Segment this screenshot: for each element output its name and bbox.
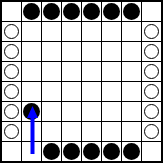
- square-d1[interactable]: [62, 142, 81, 161]
- square-c5[interactable]: [42, 62, 61, 81]
- square-f1[interactable]: [102, 142, 121, 161]
- square-f8[interactable]: [102, 2, 121, 21]
- square-b6[interactable]: [22, 42, 41, 61]
- black-piece-f1[interactable]: [103, 143, 120, 160]
- square-e1[interactable]: [82, 142, 101, 161]
- lines-of-action-board: [0, 0, 163, 163]
- square-e3[interactable]: [82, 102, 101, 121]
- square-h3[interactable]: [142, 102, 161, 121]
- square-f6[interactable]: [102, 42, 121, 61]
- square-h4[interactable]: [142, 82, 161, 101]
- square-a6[interactable]: [2, 42, 21, 61]
- black-piece-c1[interactable]: [43, 143, 60, 160]
- square-b8[interactable]: [22, 2, 41, 21]
- square-b4[interactable]: [22, 82, 41, 101]
- square-a4[interactable]: [2, 82, 21, 101]
- square-g5[interactable]: [122, 62, 141, 81]
- square-a1[interactable]: [2, 142, 21, 161]
- square-h6[interactable]: [142, 42, 161, 61]
- white-piece-a3[interactable]: [4, 104, 19, 119]
- black-piece-e1[interactable]: [83, 143, 100, 160]
- square-d6[interactable]: [62, 42, 81, 61]
- square-f7[interactable]: [102, 22, 121, 41]
- black-piece-f8[interactable]: [103, 3, 120, 20]
- white-piece-a5[interactable]: [4, 64, 19, 79]
- black-piece-d1[interactable]: [63, 143, 80, 160]
- square-g1[interactable]: [122, 142, 141, 161]
- black-piece-e8[interactable]: [83, 3, 100, 20]
- black-piece-c8[interactable]: [43, 3, 60, 20]
- square-d2[interactable]: [62, 122, 81, 141]
- square-f4[interactable]: [102, 82, 121, 101]
- square-e7[interactable]: [82, 22, 101, 41]
- square-f3[interactable]: [102, 102, 121, 121]
- square-d3[interactable]: [62, 102, 81, 121]
- square-c7[interactable]: [42, 22, 61, 41]
- white-piece-h6[interactable]: [144, 44, 159, 59]
- square-h1[interactable]: [142, 142, 161, 161]
- square-g7[interactable]: [122, 22, 141, 41]
- square-g8[interactable]: [122, 2, 141, 21]
- square-b2[interactable]: [22, 122, 41, 141]
- square-d8[interactable]: [62, 2, 81, 21]
- white-piece-a2[interactable]: [4, 124, 19, 139]
- square-h7[interactable]: [142, 22, 161, 41]
- square-c3[interactable]: [42, 102, 61, 121]
- white-piece-a4[interactable]: [4, 84, 19, 99]
- square-e2[interactable]: [82, 122, 101, 141]
- square-g4[interactable]: [122, 82, 141, 101]
- square-c4[interactable]: [42, 82, 61, 101]
- square-a7[interactable]: [2, 22, 21, 41]
- black-piece-g1[interactable]: [123, 143, 140, 160]
- black-piece-b3[interactable]: [23, 103, 40, 120]
- square-b5[interactable]: [22, 62, 41, 81]
- square-c6[interactable]: [42, 42, 61, 61]
- black-piece-g8[interactable]: [123, 3, 140, 20]
- white-piece-h5[interactable]: [144, 64, 159, 79]
- square-e5[interactable]: [82, 62, 101, 81]
- square-c8[interactable]: [42, 2, 61, 21]
- square-g2[interactable]: [122, 122, 141, 141]
- square-a5[interactable]: [2, 62, 21, 81]
- white-piece-h3[interactable]: [144, 104, 159, 119]
- square-b3[interactable]: [22, 102, 41, 121]
- square-a2[interactable]: [2, 122, 21, 141]
- square-b7[interactable]: [22, 22, 41, 41]
- square-a8[interactable]: [2, 2, 21, 21]
- black-piece-d8[interactable]: [63, 3, 80, 20]
- white-piece-h2[interactable]: [144, 124, 159, 139]
- white-piece-a7[interactable]: [4, 24, 19, 39]
- square-g3[interactable]: [122, 102, 141, 121]
- square-d5[interactable]: [62, 62, 81, 81]
- white-piece-a6[interactable]: [4, 44, 19, 59]
- square-d4[interactable]: [62, 82, 81, 101]
- square-b1[interactable]: [22, 142, 41, 161]
- square-h2[interactable]: [142, 122, 161, 141]
- square-e8[interactable]: [82, 2, 101, 21]
- square-h5[interactable]: [142, 62, 161, 81]
- square-e6[interactable]: [82, 42, 101, 61]
- square-f2[interactable]: [102, 122, 121, 141]
- square-g6[interactable]: [122, 42, 141, 61]
- lines-of-action-diagram: [0, 0, 163, 163]
- square-h8[interactable]: [142, 2, 161, 21]
- square-f5[interactable]: [102, 62, 121, 81]
- white-piece-h7[interactable]: [144, 24, 159, 39]
- square-c1[interactable]: [42, 142, 61, 161]
- black-piece-b8[interactable]: [23, 3, 40, 20]
- square-d7[interactable]: [62, 22, 81, 41]
- square-a3[interactable]: [2, 102, 21, 121]
- square-e4[interactable]: [82, 82, 101, 101]
- white-piece-h4[interactable]: [144, 84, 159, 99]
- square-c2[interactable]: [42, 122, 61, 141]
